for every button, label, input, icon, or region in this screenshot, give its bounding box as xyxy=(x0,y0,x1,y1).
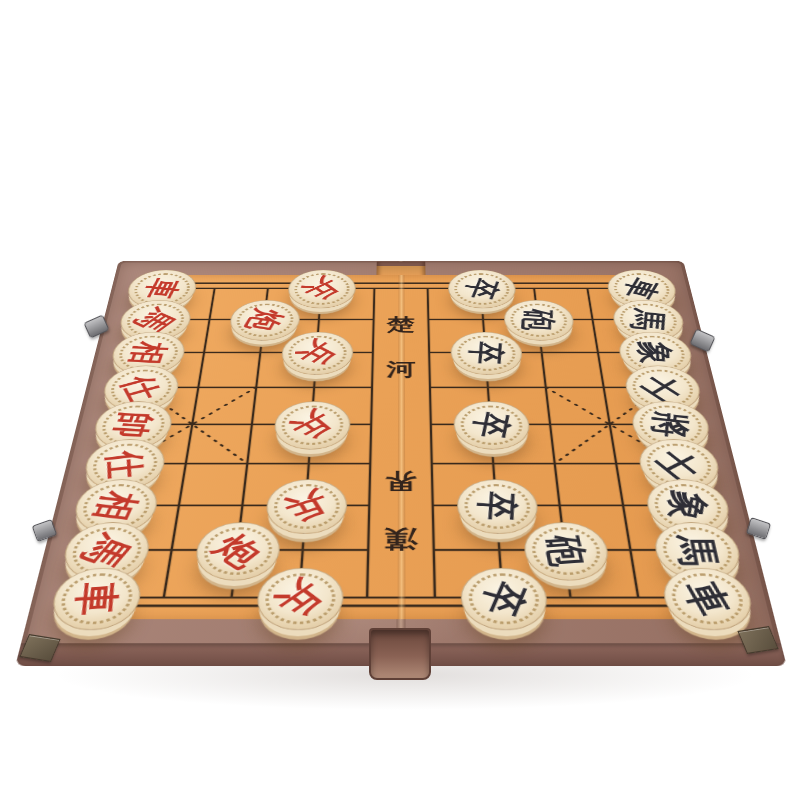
piece-character: 砲 xyxy=(520,521,614,583)
black-soldier[interactable]: 卒 xyxy=(453,401,532,449)
black-soldier[interactable]: 卒 xyxy=(460,568,550,630)
black-cannon[interactable]: 砲 xyxy=(522,522,612,580)
black-soldier[interactable]: 卒 xyxy=(450,332,524,375)
river-label-char: 楚 xyxy=(381,316,422,333)
board-frame: 楚河界漢車馬相仕帥仕相馬車炮炮兵兵兵兵兵卒卒卒卒卒砲砲車馬象士將士象馬車 xyxy=(15,261,787,667)
product-photo-scene: 楚河界漢車馬相仕帥仕相馬車炮炮兵兵兵兵兵卒卒卒卒卒砲砲車馬象士將士象馬車 xyxy=(0,0,800,800)
piece-character: 卒 xyxy=(450,398,533,453)
river-label-char: 界 xyxy=(378,470,424,491)
red-soldier[interactable]: 兵 xyxy=(264,479,348,534)
river-label-char: 漢 xyxy=(377,527,425,550)
river-label-char: 河 xyxy=(380,360,422,378)
fold-notch-bottom xyxy=(369,628,431,680)
red-cannon[interactable]: 炮 xyxy=(227,300,301,341)
board-surface: 楚河界漢車馬相仕帥仕相馬車炮炮兵兵兵兵兵卒卒卒卒卒砲砲車馬象士將士象馬車 xyxy=(62,275,741,619)
red-chariot[interactable]: 車 xyxy=(46,568,145,630)
piece-character: 車 xyxy=(652,562,764,636)
xiangqi-board: 楚河界漢車馬相仕帥仕相馬車炮炮兵兵兵兵兵卒卒卒卒卒砲砲車馬象士將士象馬車 xyxy=(15,261,787,667)
piece-character: 卒 xyxy=(450,331,523,376)
piece-character: 車 xyxy=(51,566,141,632)
